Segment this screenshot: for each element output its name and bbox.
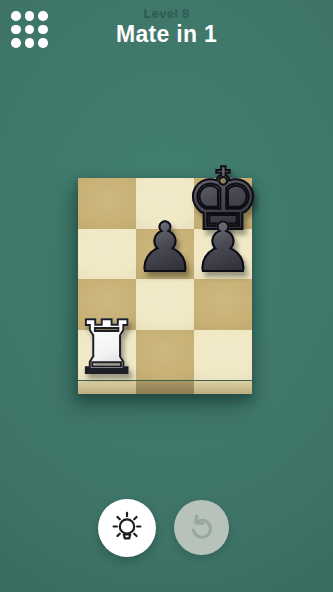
- hint-button[interactable]: [98, 499, 156, 557]
- lightbulb-icon: [110, 511, 144, 545]
- undo-arrow-icon: [185, 511, 219, 545]
- level-label: Level 8: [0, 6, 333, 21]
- square-b1[interactable]: [136, 330, 194, 381]
- black-pawn-c3[interactable]: ♟: [193, 214, 254, 282]
- board-edge-segment: [194, 381, 252, 394]
- chess-board: ♚♟♟♜: [78, 178, 252, 394]
- white-rook-a1[interactable]: ♜: [74, 310, 140, 384]
- board-edge-segment: [136, 381, 194, 394]
- square-a3[interactable]: [78, 229, 136, 280]
- square-c1[interactable]: [194, 330, 252, 381]
- app-screen: Level 8 Mate in 1 ♚♟♟♜: [0, 0, 333, 592]
- black-pawn-b3[interactable]: ♟: [135, 214, 196, 282]
- undo-button[interactable]: [174, 500, 229, 555]
- board-grid: ♚♟♟♜: [78, 178, 252, 380]
- puzzle-objective-title: Mate in 1: [0, 21, 333, 48]
- square-a4[interactable]: [78, 178, 136, 229]
